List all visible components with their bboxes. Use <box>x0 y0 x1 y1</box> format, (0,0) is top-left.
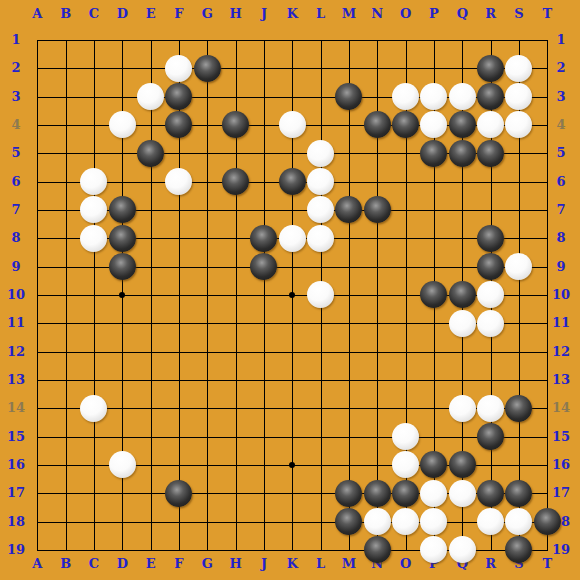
intersection-T13[interactable] <box>533 366 561 394</box>
intersection-T15[interactable] <box>533 422 561 450</box>
intersection-A12[interactable] <box>23 337 51 365</box>
intersection-S11[interactable] <box>505 309 533 337</box>
intersection-O10[interactable] <box>391 281 419 309</box>
intersection-D2[interactable] <box>108 54 136 82</box>
intersection-K18[interactable] <box>278 507 306 535</box>
intersection-Q16[interactable] <box>448 451 476 479</box>
intersection-J16[interactable] <box>250 451 278 479</box>
intersection-M18[interactable] <box>335 507 363 535</box>
intersection-O17[interactable] <box>391 479 419 507</box>
intersection-S13[interactable] <box>505 366 533 394</box>
intersection-Q8[interactable] <box>448 224 476 252</box>
intersection-J7[interactable] <box>250 196 278 224</box>
intersection-C13[interactable] <box>80 366 108 394</box>
intersection-H7[interactable] <box>221 196 249 224</box>
intersection-H4[interactable] <box>221 111 249 139</box>
intersection-G2[interactable] <box>193 54 221 82</box>
intersection-G1[interactable] <box>193 26 221 54</box>
intersection-K7[interactable] <box>278 196 306 224</box>
intersection-B8[interactable] <box>51 224 79 252</box>
intersection-G14[interactable] <box>193 394 221 422</box>
intersection-O19[interactable] <box>391 536 419 564</box>
intersection-A15[interactable] <box>23 422 51 450</box>
intersection-P19[interactable] <box>420 536 448 564</box>
intersection-G19[interactable] <box>193 536 221 564</box>
intersection-R14[interactable] <box>476 394 504 422</box>
intersection-A1[interactable] <box>23 26 51 54</box>
intersection-F7[interactable] <box>165 196 193 224</box>
intersection-B6[interactable] <box>51 167 79 195</box>
intersection-M17[interactable] <box>335 479 363 507</box>
intersection-A16[interactable] <box>23 451 51 479</box>
intersection-S16[interactable] <box>505 451 533 479</box>
intersection-A14[interactable] <box>23 394 51 422</box>
intersection-D19[interactable] <box>108 536 136 564</box>
intersection-T1[interactable] <box>533 26 561 54</box>
intersection-Q19[interactable] <box>448 536 476 564</box>
intersection-C7[interactable] <box>80 196 108 224</box>
intersection-O18[interactable] <box>391 507 419 535</box>
intersection-Q18[interactable] <box>448 507 476 535</box>
intersection-H16[interactable] <box>221 451 249 479</box>
intersection-C17[interactable] <box>80 479 108 507</box>
intersection-D10[interactable] <box>108 281 136 309</box>
intersection-J17[interactable] <box>250 479 278 507</box>
intersection-C9[interactable] <box>80 252 108 280</box>
intersection-K17[interactable] <box>278 479 306 507</box>
intersection-J18[interactable] <box>250 507 278 535</box>
intersection-P15[interactable] <box>420 422 448 450</box>
intersection-M15[interactable] <box>335 422 363 450</box>
intersection-E6[interactable] <box>136 167 164 195</box>
intersection-D1[interactable] <box>108 26 136 54</box>
intersection-M14[interactable] <box>335 394 363 422</box>
intersection-D18[interactable] <box>108 507 136 535</box>
intersection-C19[interactable] <box>80 536 108 564</box>
intersection-H17[interactable] <box>221 479 249 507</box>
intersection-Q4[interactable] <box>448 111 476 139</box>
intersection-K13[interactable] <box>278 366 306 394</box>
intersection-Q13[interactable] <box>448 366 476 394</box>
intersection-S7[interactable] <box>505 196 533 224</box>
intersection-E18[interactable] <box>136 507 164 535</box>
intersection-C2[interactable] <box>80 54 108 82</box>
intersection-F13[interactable] <box>165 366 193 394</box>
intersection-G7[interactable] <box>193 196 221 224</box>
intersection-M12[interactable] <box>335 337 363 365</box>
intersection-F4[interactable] <box>165 111 193 139</box>
intersection-B14[interactable] <box>51 394 79 422</box>
intersection-N2[interactable] <box>363 54 391 82</box>
intersection-G11[interactable] <box>193 309 221 337</box>
intersection-L7[interactable] <box>306 196 334 224</box>
intersection-B10[interactable] <box>51 281 79 309</box>
intersection-F1[interactable] <box>165 26 193 54</box>
intersection-R15[interactable] <box>476 422 504 450</box>
intersection-K4[interactable] <box>278 111 306 139</box>
intersection-P4[interactable] <box>420 111 448 139</box>
intersection-Q6[interactable] <box>448 167 476 195</box>
intersection-B15[interactable] <box>51 422 79 450</box>
intersection-D4[interactable] <box>108 111 136 139</box>
intersection-Q11[interactable] <box>448 309 476 337</box>
intersection-K14[interactable] <box>278 394 306 422</box>
intersection-K11[interactable] <box>278 309 306 337</box>
intersection-K9[interactable] <box>278 252 306 280</box>
intersection-H18[interactable] <box>221 507 249 535</box>
intersection-K5[interactable] <box>278 139 306 167</box>
intersection-C15[interactable] <box>80 422 108 450</box>
intersection-K16[interactable] <box>278 451 306 479</box>
intersection-Q10[interactable] <box>448 281 476 309</box>
intersection-D3[interactable] <box>108 82 136 110</box>
intersection-O9[interactable] <box>391 252 419 280</box>
intersection-L5[interactable] <box>306 139 334 167</box>
intersection-G4[interactable] <box>193 111 221 139</box>
intersection-G12[interactable] <box>193 337 221 365</box>
intersection-R2[interactable] <box>476 54 504 82</box>
intersection-P11[interactable] <box>420 309 448 337</box>
intersection-G9[interactable] <box>193 252 221 280</box>
intersection-S17[interactable] <box>505 479 533 507</box>
intersection-L8[interactable] <box>306 224 334 252</box>
intersection-N7[interactable] <box>363 196 391 224</box>
intersection-N15[interactable] <box>363 422 391 450</box>
intersection-T12[interactable] <box>533 337 561 365</box>
intersection-E2[interactable] <box>136 54 164 82</box>
intersection-O13[interactable] <box>391 366 419 394</box>
intersection-E19[interactable] <box>136 536 164 564</box>
intersection-R12[interactable] <box>476 337 504 365</box>
intersection-M6[interactable] <box>335 167 363 195</box>
intersection-P2[interactable] <box>420 54 448 82</box>
intersection-O8[interactable] <box>391 224 419 252</box>
intersection-E12[interactable] <box>136 337 164 365</box>
intersection-L16[interactable] <box>306 451 334 479</box>
intersection-L19[interactable] <box>306 536 334 564</box>
intersection-L11[interactable] <box>306 309 334 337</box>
intersection-Q1[interactable] <box>448 26 476 54</box>
intersection-F10[interactable] <box>165 281 193 309</box>
intersection-F6[interactable] <box>165 167 193 195</box>
intersection-E7[interactable] <box>136 196 164 224</box>
intersection-A8[interactable] <box>23 224 51 252</box>
intersection-N3[interactable] <box>363 82 391 110</box>
intersection-A13[interactable] <box>23 366 51 394</box>
intersection-N9[interactable] <box>363 252 391 280</box>
intersection-C8[interactable] <box>80 224 108 252</box>
intersection-O14[interactable] <box>391 394 419 422</box>
intersection-C14[interactable] <box>80 394 108 422</box>
intersection-K3[interactable] <box>278 82 306 110</box>
intersection-C10[interactable] <box>80 281 108 309</box>
intersection-P13[interactable] <box>420 366 448 394</box>
intersection-B5[interactable] <box>51 139 79 167</box>
intersection-N10[interactable] <box>363 281 391 309</box>
intersection-M5[interactable] <box>335 139 363 167</box>
intersection-K8[interactable] <box>278 224 306 252</box>
intersection-G15[interactable] <box>193 422 221 450</box>
intersection-G16[interactable] <box>193 451 221 479</box>
intersection-R1[interactable] <box>476 26 504 54</box>
intersection-P14[interactable] <box>420 394 448 422</box>
intersection-T14[interactable] <box>533 394 561 422</box>
intersection-T11[interactable] <box>533 309 561 337</box>
intersection-Q7[interactable] <box>448 196 476 224</box>
intersection-B18[interactable] <box>51 507 79 535</box>
intersection-D7[interactable] <box>108 196 136 224</box>
intersection-J12[interactable] <box>250 337 278 365</box>
intersection-T4[interactable] <box>533 111 561 139</box>
intersection-G17[interactable] <box>193 479 221 507</box>
intersection-H13[interactable] <box>221 366 249 394</box>
intersection-C16[interactable] <box>80 451 108 479</box>
intersection-K19[interactable] <box>278 536 306 564</box>
intersection-E14[interactable] <box>136 394 164 422</box>
intersection-T7[interactable] <box>533 196 561 224</box>
intersection-E1[interactable] <box>136 26 164 54</box>
intersection-H12[interactable] <box>221 337 249 365</box>
intersection-F14[interactable] <box>165 394 193 422</box>
intersection-A6[interactable] <box>23 167 51 195</box>
intersection-S4[interactable] <box>505 111 533 139</box>
intersection-M8[interactable] <box>335 224 363 252</box>
intersection-A4[interactable] <box>23 111 51 139</box>
intersection-R7[interactable] <box>476 196 504 224</box>
intersection-P12[interactable] <box>420 337 448 365</box>
intersection-C12[interactable] <box>80 337 108 365</box>
intersection-F15[interactable] <box>165 422 193 450</box>
intersection-S9[interactable] <box>505 252 533 280</box>
intersection-D11[interactable] <box>108 309 136 337</box>
intersection-L6[interactable] <box>306 167 334 195</box>
intersection-J14[interactable] <box>250 394 278 422</box>
intersection-B3[interactable] <box>51 82 79 110</box>
intersection-J1[interactable] <box>250 26 278 54</box>
intersection-S18[interactable] <box>505 507 533 535</box>
intersection-E5[interactable] <box>136 139 164 167</box>
intersection-M13[interactable] <box>335 366 363 394</box>
intersection-N8[interactable] <box>363 224 391 252</box>
intersection-F5[interactable] <box>165 139 193 167</box>
intersection-H11[interactable] <box>221 309 249 337</box>
intersection-H9[interactable] <box>221 252 249 280</box>
intersection-H1[interactable] <box>221 26 249 54</box>
intersection-O5[interactable] <box>391 139 419 167</box>
intersection-J4[interactable] <box>250 111 278 139</box>
intersection-L12[interactable] <box>306 337 334 365</box>
intersection-N5[interactable] <box>363 139 391 167</box>
intersection-Q5[interactable] <box>448 139 476 167</box>
intersection-D12[interactable] <box>108 337 136 365</box>
intersection-J10[interactable] <box>250 281 278 309</box>
intersection-Q3[interactable] <box>448 82 476 110</box>
intersection-J19[interactable] <box>250 536 278 564</box>
intersection-S5[interactable] <box>505 139 533 167</box>
intersection-N6[interactable] <box>363 167 391 195</box>
intersection-A3[interactable] <box>23 82 51 110</box>
intersection-J9[interactable] <box>250 252 278 280</box>
intersection-C3[interactable] <box>80 82 108 110</box>
intersection-D16[interactable] <box>108 451 136 479</box>
intersection-R3[interactable] <box>476 82 504 110</box>
intersection-A2[interactable] <box>23 54 51 82</box>
intersection-T18[interactable] <box>533 507 561 535</box>
intersection-O4[interactable] <box>391 111 419 139</box>
intersection-O3[interactable] <box>391 82 419 110</box>
intersection-A17[interactable] <box>23 479 51 507</box>
intersection-F12[interactable] <box>165 337 193 365</box>
intersection-M11[interactable] <box>335 309 363 337</box>
intersection-S19[interactable] <box>505 536 533 564</box>
intersection-R18[interactable] <box>476 507 504 535</box>
intersection-O16[interactable] <box>391 451 419 479</box>
intersection-B17[interactable] <box>51 479 79 507</box>
intersection-B13[interactable] <box>51 366 79 394</box>
intersection-K1[interactable] <box>278 26 306 54</box>
intersection-R5[interactable] <box>476 139 504 167</box>
intersection-F16[interactable] <box>165 451 193 479</box>
intersection-Q17[interactable] <box>448 479 476 507</box>
intersection-A7[interactable] <box>23 196 51 224</box>
intersection-T17[interactable] <box>533 479 561 507</box>
intersection-T5[interactable] <box>533 139 561 167</box>
intersection-G5[interactable] <box>193 139 221 167</box>
intersection-M10[interactable] <box>335 281 363 309</box>
intersection-R6[interactable] <box>476 167 504 195</box>
intersection-L18[interactable] <box>306 507 334 535</box>
intersection-K10[interactable] <box>278 281 306 309</box>
intersection-R4[interactable] <box>476 111 504 139</box>
intersection-B7[interactable] <box>51 196 79 224</box>
intersection-N18[interactable] <box>363 507 391 535</box>
intersection-P7[interactable] <box>420 196 448 224</box>
intersection-C1[interactable] <box>80 26 108 54</box>
intersection-P5[interactable] <box>420 139 448 167</box>
intersection-L1[interactable] <box>306 26 334 54</box>
intersection-C11[interactable] <box>80 309 108 337</box>
intersection-T10[interactable] <box>533 281 561 309</box>
intersection-F18[interactable] <box>165 507 193 535</box>
intersection-J15[interactable] <box>250 422 278 450</box>
intersection-F9[interactable] <box>165 252 193 280</box>
intersection-P9[interactable] <box>420 252 448 280</box>
intersection-S1[interactable] <box>505 26 533 54</box>
intersection-O7[interactable] <box>391 196 419 224</box>
intersection-R17[interactable] <box>476 479 504 507</box>
intersection-A10[interactable] <box>23 281 51 309</box>
intersection-T6[interactable] <box>533 167 561 195</box>
intersection-L13[interactable] <box>306 366 334 394</box>
intersection-P3[interactable] <box>420 82 448 110</box>
intersection-O15[interactable] <box>391 422 419 450</box>
intersection-L15[interactable] <box>306 422 334 450</box>
intersection-N11[interactable] <box>363 309 391 337</box>
intersection-B4[interactable] <box>51 111 79 139</box>
intersection-F19[interactable] <box>165 536 193 564</box>
intersection-O12[interactable] <box>391 337 419 365</box>
intersection-M4[interactable] <box>335 111 363 139</box>
intersection-M3[interactable] <box>335 82 363 110</box>
intersection-D6[interactable] <box>108 167 136 195</box>
intersection-N17[interactable] <box>363 479 391 507</box>
intersection-R19[interactable] <box>476 536 504 564</box>
intersection-F11[interactable] <box>165 309 193 337</box>
intersection-A11[interactable] <box>23 309 51 337</box>
intersection-F8[interactable] <box>165 224 193 252</box>
intersection-C5[interactable] <box>80 139 108 167</box>
intersection-H14[interactable] <box>221 394 249 422</box>
intersection-B2[interactable] <box>51 54 79 82</box>
intersection-T9[interactable] <box>533 252 561 280</box>
intersection-J6[interactable] <box>250 167 278 195</box>
intersection-S14[interactable] <box>505 394 533 422</box>
intersection-G18[interactable] <box>193 507 221 535</box>
intersection-M19[interactable] <box>335 536 363 564</box>
intersection-B11[interactable] <box>51 309 79 337</box>
intersection-L2[interactable] <box>306 54 334 82</box>
intersection-R10[interactable] <box>476 281 504 309</box>
intersection-F17[interactable] <box>165 479 193 507</box>
intersection-P1[interactable] <box>420 26 448 54</box>
intersection-S12[interactable] <box>505 337 533 365</box>
intersection-E10[interactable] <box>136 281 164 309</box>
intersection-S3[interactable] <box>505 82 533 110</box>
intersection-G3[interactable] <box>193 82 221 110</box>
intersection-E13[interactable] <box>136 366 164 394</box>
intersection-P6[interactable] <box>420 167 448 195</box>
intersection-L3[interactable] <box>306 82 334 110</box>
intersection-Q9[interactable] <box>448 252 476 280</box>
intersection-L9[interactable] <box>306 252 334 280</box>
intersection-H2[interactable] <box>221 54 249 82</box>
intersection-F3[interactable] <box>165 82 193 110</box>
intersection-P18[interactable] <box>420 507 448 535</box>
intersection-Q14[interactable] <box>448 394 476 422</box>
intersection-N12[interactable] <box>363 337 391 365</box>
intersection-O11[interactable] <box>391 309 419 337</box>
intersection-B19[interactable] <box>51 536 79 564</box>
intersection-R11[interactable] <box>476 309 504 337</box>
intersection-G13[interactable] <box>193 366 221 394</box>
intersection-N13[interactable] <box>363 366 391 394</box>
intersection-G10[interactable] <box>193 281 221 309</box>
intersection-S10[interactable] <box>505 281 533 309</box>
intersection-H6[interactable] <box>221 167 249 195</box>
intersection-H15[interactable] <box>221 422 249 450</box>
intersection-Q12[interactable] <box>448 337 476 365</box>
intersection-O2[interactable] <box>391 54 419 82</box>
intersection-P17[interactable] <box>420 479 448 507</box>
intersection-L4[interactable] <box>306 111 334 139</box>
intersection-B1[interactable] <box>51 26 79 54</box>
intersection-L14[interactable] <box>306 394 334 422</box>
intersection-C4[interactable] <box>80 111 108 139</box>
intersection-M7[interactable] <box>335 196 363 224</box>
intersection-D17[interactable] <box>108 479 136 507</box>
intersection-K2[interactable] <box>278 54 306 82</box>
intersection-E15[interactable] <box>136 422 164 450</box>
intersection-O1[interactable] <box>391 26 419 54</box>
intersection-R9[interactable] <box>476 252 504 280</box>
intersection-D14[interactable] <box>108 394 136 422</box>
intersection-Q2[interactable] <box>448 54 476 82</box>
intersection-D13[interactable] <box>108 366 136 394</box>
intersection-B9[interactable] <box>51 252 79 280</box>
intersection-J5[interactable] <box>250 139 278 167</box>
intersection-K15[interactable] <box>278 422 306 450</box>
intersection-T19[interactable] <box>533 536 561 564</box>
